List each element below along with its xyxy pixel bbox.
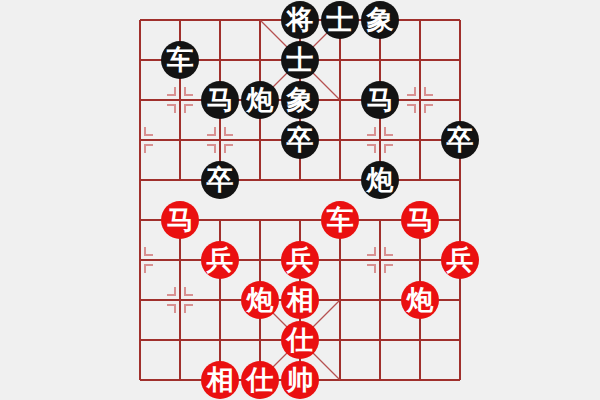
piece-red-soldier[interactable]: 兵 [201, 241, 239, 279]
board-point: 卒 [440, 120, 480, 160]
board-point: 炮 [240, 80, 280, 120]
board-point: 炮 [360, 160, 400, 200]
board-point: 马 [400, 200, 440, 240]
piece-red-advisor[interactable]: 仕 [281, 321, 319, 359]
board-point: 兵 [440, 240, 480, 280]
board-point: 帅 [280, 360, 320, 400]
piece-red-elephant[interactable]: 相 [201, 361, 239, 399]
piece-red-horse[interactable]: 马 [401, 201, 439, 239]
piece-red-advisor[interactable]: 仕 [241, 361, 279, 399]
board-point: 炮 [400, 280, 440, 320]
board-point: 将 [280, 0, 320, 40]
piece-red-elephant[interactable]: 相 [281, 281, 319, 319]
board-point: 相 [200, 360, 240, 400]
board-point: 卒 [280, 120, 320, 160]
board-point: 仕 [280, 320, 320, 360]
board-point: 兵 [200, 240, 240, 280]
piece-black-horse[interactable]: 马 [361, 81, 399, 119]
board-point: 马 [360, 80, 400, 120]
piece-black-general[interactable]: 将 [281, 1, 319, 39]
xiangqi-board: 将士象车士马炮象马卒卒卒炮马车马兵兵兵炮相炮仕相仕帅 [0, 0, 600, 400]
piece-black-elephant[interactable]: 象 [361, 1, 399, 39]
piece-black-cannon[interactable]: 炮 [361, 161, 399, 199]
piece-black-soldier[interactable]: 卒 [201, 161, 239, 199]
piece-red-horse[interactable]: 马 [161, 201, 199, 239]
piece-black-chariot[interactable]: 车 [161, 41, 199, 79]
piece-red-soldier[interactable]: 兵 [281, 241, 319, 279]
board-point: 相 [280, 280, 320, 320]
piece-red-soldier[interactable]: 兵 [441, 241, 479, 279]
board-point: 象 [360, 0, 400, 40]
piece-red-chariot[interactable]: 车 [321, 201, 359, 239]
board-point: 兵 [280, 240, 320, 280]
piece-black-advisor[interactable]: 士 [281, 41, 319, 79]
piece-black-elephant[interactable]: 象 [281, 81, 319, 119]
piece-black-soldier[interactable]: 卒 [441, 121, 479, 159]
piece-black-horse[interactable]: 马 [201, 81, 239, 119]
board-point: 马 [160, 200, 200, 240]
board-point: 象 [280, 80, 320, 120]
board-point: 士 [320, 0, 360, 40]
piece-black-soldier[interactable]: 卒 [281, 121, 319, 159]
board-point: 车 [320, 200, 360, 240]
piece-red-general[interactable]: 帅 [281, 361, 319, 399]
board-point: 卒 [200, 160, 240, 200]
board-point: 士 [280, 40, 320, 80]
board-point: 车 [160, 40, 200, 80]
piece-black-cannon[interactable]: 炮 [241, 81, 279, 119]
board-point: 仕 [240, 360, 280, 400]
board-point: 马 [200, 80, 240, 120]
board-grid: 将士象车士马炮象马卒卒卒炮马车马兵兵兵炮相炮仕相仕帅 [120, 0, 480, 400]
piece-red-cannon[interactable]: 炮 [401, 281, 439, 319]
piece-black-advisor[interactable]: 士 [321, 1, 359, 39]
piece-red-cannon[interactable]: 炮 [241, 281, 279, 319]
board-point: 炮 [240, 280, 280, 320]
